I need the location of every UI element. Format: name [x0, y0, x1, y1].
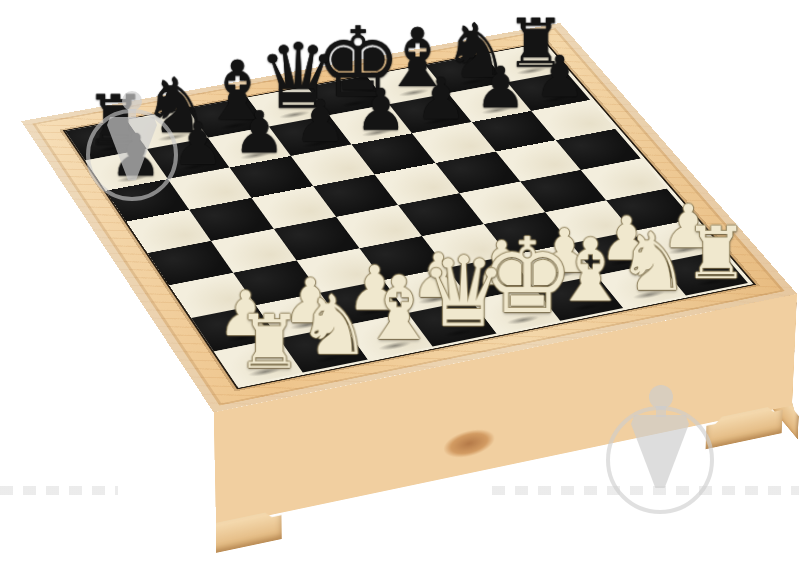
- watermark-dash-strip: [492, 486, 799, 495]
- piece-white-rook: ♜: [683, 219, 747, 287]
- watermark-dash-strip: [0, 486, 118, 495]
- piece-black-pawn: ♟: [534, 50, 585, 104]
- piece-black-pawn: ♟: [172, 116, 224, 171]
- product-photo: ♜♞♝♛♚♝♞♜♟♟♟♟♟♟♟♟♟♟♟♟♟♟♟♟♜♞♝♛♚♝♞♜: [0, 0, 799, 569]
- scene-3d: ♜♞♝♛♚♝♞♜♟♟♟♟♟♟♟♟♟♟♟♟♟♟♟♟♜♞♝♛♚♝♞♜: [0, 0, 799, 569]
- wood-knot: [434, 419, 504, 469]
- piece-black-pawn: ♟: [110, 128, 163, 184]
- piece-black-pawn: ♟: [415, 72, 467, 127]
- piece-white-rook: ♜: [236, 307, 302, 377]
- piece-white-knight: ♞: [297, 286, 371, 364]
- piece-black-pawn: ♟: [233, 105, 285, 160]
- piece-black-pawn: ♟: [294, 94, 346, 149]
- piece-black-pawn: ♟: [355, 83, 407, 138]
- box-foot-front: [706, 404, 783, 449]
- piece-black-pawn: ♟: [475, 61, 526, 115]
- wooden-chess-box: ♜♞♝♛♚♝♞♜♟♟♟♟♟♟♟♟♟♟♟♟♟♟♟♟♜♞♝♛♚♝♞♜: [21, 23, 797, 412]
- box-foot-back-left: [200, 509, 282, 556]
- piece-white-bishop: ♝: [360, 268, 439, 352]
